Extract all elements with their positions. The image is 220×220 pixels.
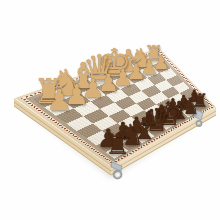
chess-set-photo: ♜♞♝♛♚♝♞♜♟♟♟♟♟♟♟♟♟♟♟♟♟♟♟♟♜♞♝♛♚♝♞♜: [0, 0, 220, 220]
metal-hardware: [0, 0, 220, 220]
